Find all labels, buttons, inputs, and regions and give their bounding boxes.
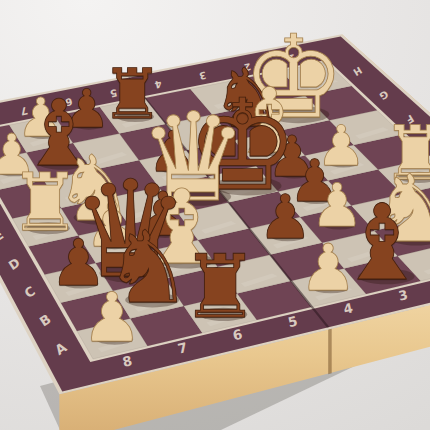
chessboard-scene: AABBCCDDEEFFGGHH8877665544332211♚♜♞♟♟♝♝♟…	[0, 0, 430, 430]
box-fold-split	[328, 328, 332, 374]
chess-board[interactable]: AABBCCDDEEFFGGHH8877665544332211♚♜♞♟♟♝♝♟…	[0, 0, 430, 430]
piece-white-pawn-a8[interactable]: ♟	[81, 278, 142, 357]
piece-black-rook-a6[interactable]: ♜	[181, 236, 260, 338]
piece-white-pawn-a4[interactable]: ♟	[299, 230, 357, 305]
